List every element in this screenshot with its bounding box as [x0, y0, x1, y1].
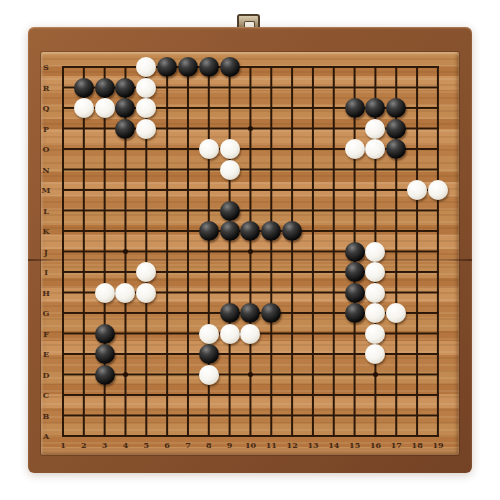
- row-label-q: Q: [37, 103, 55, 113]
- black-stone-s9[interactable]: [220, 57, 240, 77]
- white-stone-q2[interactable]: [74, 98, 94, 118]
- col-label-15: 15: [346, 440, 364, 450]
- row-label-i: I: [37, 267, 55, 277]
- col-label-5: 5: [137, 440, 155, 450]
- black-stone-p17[interactable]: [386, 119, 406, 139]
- row-label-j: J: [37, 247, 55, 257]
- black-stone-e3[interactable]: [95, 344, 115, 364]
- col-label-7: 7: [179, 440, 197, 450]
- col-label-14: 14: [325, 440, 343, 450]
- star-point-j4: [123, 249, 128, 254]
- white-stone-q3[interactable]: [95, 98, 115, 118]
- col-label-11: 11: [262, 440, 280, 450]
- black-stone-s7[interactable]: [178, 57, 198, 77]
- row-label-a: A: [37, 431, 55, 441]
- row-label-f: F: [37, 329, 55, 339]
- star-point-d10: [248, 372, 253, 377]
- white-stone-f10[interactable]: [240, 324, 260, 344]
- black-stone-g9[interactable]: [220, 303, 240, 323]
- col-label-18: 18: [408, 440, 426, 450]
- col-label-6: 6: [158, 440, 176, 450]
- black-stone-p4[interactable]: [115, 119, 135, 139]
- col-label-8: 8: [200, 440, 218, 450]
- white-stone-o9[interactable]: [220, 139, 240, 159]
- black-stone-d3[interactable]: [95, 365, 115, 385]
- white-stone-j16[interactable]: [365, 242, 385, 262]
- black-stone-h15[interactable]: [345, 283, 365, 303]
- white-stone-f16[interactable]: [365, 324, 385, 344]
- white-stone-o8[interactable]: [199, 139, 219, 159]
- col-label-16: 16: [366, 440, 384, 450]
- row-label-k: K: [37, 226, 55, 236]
- row-label-g: G: [37, 308, 55, 318]
- col-label-9: 9: [221, 440, 239, 450]
- black-stone-g15[interactable]: [345, 303, 365, 323]
- black-stone-e8[interactable]: [199, 344, 219, 364]
- col-label-17: 17: [387, 440, 405, 450]
- white-stone-o15[interactable]: [345, 139, 365, 159]
- white-stone-h5[interactable]: [136, 283, 156, 303]
- col-label-13: 13: [304, 440, 322, 450]
- col-label-2: 2: [75, 440, 93, 450]
- row-label-l: L: [37, 206, 55, 216]
- black-stone-q15[interactable]: [345, 98, 365, 118]
- white-stone-n9[interactable]: [220, 160, 240, 180]
- col-label-4: 4: [116, 440, 134, 450]
- black-stone-j15[interactable]: [345, 242, 365, 262]
- white-stone-f9[interactable]: [220, 324, 240, 344]
- white-stone-f8[interactable]: [199, 324, 219, 344]
- black-stone-i15[interactable]: [345, 262, 365, 282]
- white-stone-h4[interactable]: [115, 283, 135, 303]
- col-label-12: 12: [283, 440, 301, 450]
- star-point-p10: [248, 126, 253, 131]
- black-stone-r4[interactable]: [115, 78, 135, 98]
- row-label-b: B: [37, 411, 55, 421]
- black-stone-k8[interactable]: [199, 221, 219, 241]
- go-board-photo: SRQPONMLKJIHGFEDCBA123456789101112131415…: [0, 0, 500, 500]
- row-label-e: E: [37, 349, 55, 359]
- black-stone-l9[interactable]: [220, 201, 240, 221]
- white-stone-h16[interactable]: [365, 283, 385, 303]
- row-label-s: S: [37, 62, 55, 72]
- row-label-r: R: [37, 83, 55, 93]
- white-stone-r5[interactable]: [136, 78, 156, 98]
- col-label-1: 1: [54, 440, 72, 450]
- star-point-j10: [248, 249, 253, 254]
- row-label-c: C: [37, 390, 55, 400]
- black-stone-s8[interactable]: [199, 57, 219, 77]
- white-stone-p5[interactable]: [136, 119, 156, 139]
- white-stone-m19[interactable]: [428, 180, 448, 200]
- white-stone-p16[interactable]: [365, 119, 385, 139]
- white-stone-h3[interactable]: [95, 283, 115, 303]
- black-stone-r3[interactable]: [95, 78, 115, 98]
- star-point-d16: [373, 372, 378, 377]
- black-stone-r2[interactable]: [74, 78, 94, 98]
- row-label-n: N: [37, 165, 55, 175]
- white-stone-d8[interactable]: [199, 365, 219, 385]
- row-label-d: D: [37, 370, 55, 380]
- row-label-o: O: [37, 144, 55, 154]
- row-label-h: H: [37, 288, 55, 298]
- col-label-3: 3: [96, 440, 114, 450]
- col-label-10: 10: [241, 440, 259, 450]
- black-stone-f3[interactable]: [95, 324, 115, 344]
- row-label-m: M: [37, 185, 55, 195]
- col-label-19: 19: [429, 440, 447, 450]
- black-stone-k9[interactable]: [220, 221, 240, 241]
- row-label-p: P: [37, 124, 55, 134]
- board-layer: SRQPONMLKJIHGFEDCBA123456789101112131415…: [0, 0, 500, 500]
- star-point-d4: [123, 372, 128, 377]
